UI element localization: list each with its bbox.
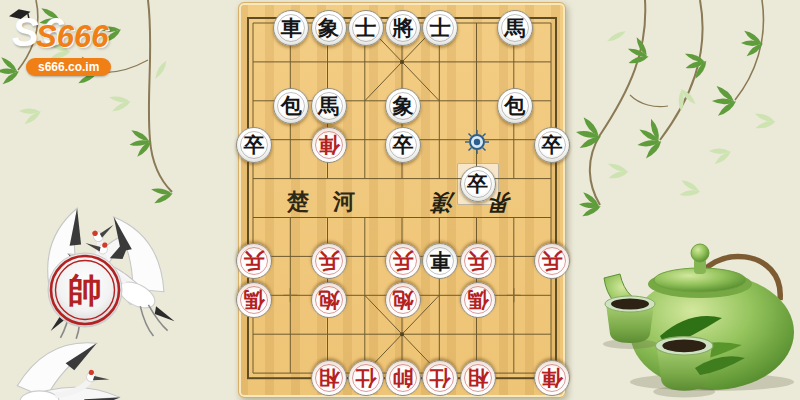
red-soldier[interactable]: 兵 — [385, 243, 421, 279]
red-cannon[interactable]: 炮 — [311, 282, 347, 318]
black-soldier[interactable]: 卒 — [534, 127, 570, 163]
page-root: 帥 — [0, 0, 800, 400]
black-cannon[interactable]: 包 — [497, 88, 533, 124]
last-move-origin-marker — [465, 130, 489, 154]
red-advisor[interactable]: 仕 — [348, 360, 384, 396]
black-elephant[interactable]: 象 — [385, 88, 421, 124]
decor-general-piece — [48, 253, 122, 327]
black-soldier[interactable]: 卒 — [460, 166, 496, 202]
red-general[interactable]: 帥 — [385, 360, 421, 396]
red-horse[interactable]: 傌 — [236, 282, 272, 318]
red-elephant[interactable]: 相 — [311, 360, 347, 396]
black-advisor[interactable]: 士 — [348, 10, 384, 46]
black-advisor[interactable]: 士 — [422, 10, 458, 46]
black-soldier[interactable]: 卒 — [236, 127, 272, 163]
red-elephant[interactable]: 相 — [460, 360, 496, 396]
red-soldier[interactable]: 兵 — [460, 243, 496, 279]
red-soldier[interactable]: 兵 — [236, 243, 272, 279]
black-soldier[interactable]: 卒 — [385, 127, 421, 163]
red-cannon[interactable]: 炮 — [385, 282, 421, 318]
red-advisor[interactable]: 仕 — [422, 360, 458, 396]
black-chariot[interactable]: 車 — [422, 243, 458, 279]
red-soldier[interactable]: 兵 — [311, 243, 347, 279]
red-soldier[interactable]: 兵 — [534, 243, 570, 279]
red-horse[interactable]: 傌 — [460, 282, 496, 318]
logo-domain-badge: s666.co.im — [26, 58, 111, 76]
black-elephant[interactable]: 象 — [311, 10, 347, 46]
site-logo: S6 S666 s666.co.im — [6, 8, 166, 80]
red-chariot[interactable]: 俥 — [534, 360, 570, 396]
xiangqi-board[interactable]: 楚 河 漢 界 車象士將士馬包馬象包卒卒卒卒車俥兵兵兵兵兵傌炮炮傌相仕帥仕相俥 — [238, 2, 566, 398]
tea-set — [603, 244, 794, 398]
logo-main-text: S666 — [36, 19, 108, 55]
decor-general-char: 帥 — [68, 270, 102, 310]
black-chariot[interactable]: 車 — [273, 10, 309, 46]
pieces-layer: 車象士將士馬包馬象包卒卒卒卒車俥兵兵兵兵兵傌炮炮傌相仕帥仕相俥 — [239, 3, 565, 397]
bamboo-top-right — [575, 0, 776, 219]
black-horse[interactable]: 馬 — [311, 88, 347, 124]
black-cannon[interactable]: 包 — [273, 88, 309, 124]
crane-motif: 帥 — [0, 189, 191, 400]
black-horse[interactable]: 馬 — [497, 10, 533, 46]
black-general[interactable]: 將 — [385, 10, 421, 46]
red-chariot[interactable]: 俥 — [311, 127, 347, 163]
